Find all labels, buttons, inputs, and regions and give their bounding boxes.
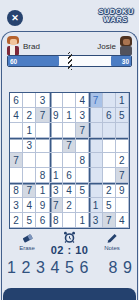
- cell-r7c4[interactable]: 3: [50, 183, 63, 198]
- cell-r3c5[interactable]: [63, 123, 76, 138]
- cell-r9c5[interactable]: [63, 213, 76, 228]
- score-fill-left: 60: [8, 56, 59, 66]
- cell-r4c8[interactable]: [103, 138, 116, 153]
- score-half-left: 60: [8, 56, 70, 66]
- cell-r3c3[interactable]: [36, 123, 49, 138]
- sudoku-board: 6347142791365173778281678713452934972152…: [9, 92, 130, 229]
- player-left-name: Brad: [23, 42, 40, 51]
- cell-r3c9[interactable]: [116, 123, 129, 138]
- cell-r4c6[interactable]: [76, 138, 89, 153]
- cell-r7c2[interactable]: 7: [23, 183, 36, 198]
- cell-r6c4[interactable]: 1: [50, 168, 63, 183]
- cell-r8c9[interactable]: [116, 198, 129, 213]
- cell-r9c2[interactable]: 5: [23, 213, 36, 228]
- cell-r1c1[interactable]: 6: [10, 93, 23, 108]
- cell-r2c9[interactable]: 5: [116, 108, 129, 123]
- cell-r2c5[interactable]: 1: [63, 108, 76, 123]
- numpad-6[interactable]: 6: [78, 259, 91, 277]
- cell-r8c7[interactable]: 1: [89, 198, 102, 213]
- cell-r1c6[interactable]: 4: [76, 93, 89, 108]
- cell-r1c2[interactable]: [23, 93, 36, 108]
- cell-r3c7[interactable]: [89, 123, 102, 138]
- cell-r1c7[interactable]: 7: [89, 93, 102, 108]
- cell-r8c8[interactable]: 5: [103, 198, 116, 213]
- cell-r4c7[interactable]: [89, 138, 102, 153]
- app-logo: SUDOKU WARS: [98, 8, 135, 24]
- close-button[interactable]: ✕: [7, 10, 23, 26]
- cell-r8c2[interactable]: 4: [23, 198, 36, 213]
- cell-r6c8[interactable]: [103, 168, 116, 183]
- cell-r5c6[interactable]: 8: [76, 153, 89, 168]
- cell-r6c1[interactable]: [10, 168, 23, 183]
- cell-r5c7[interactable]: [89, 153, 102, 168]
- cell-r1c4[interactable]: [50, 93, 63, 108]
- alarm-clock-icon: [63, 231, 76, 243]
- pencil-icon: [106, 233, 118, 244]
- cell-r7c3[interactable]: 1: [36, 183, 49, 198]
- cell-r4c5[interactable]: 7: [63, 138, 76, 153]
- cell-r5c4[interactable]: [50, 153, 63, 168]
- app-logo-line2: WARS: [98, 16, 134, 24]
- cell-r9c9[interactable]: 4: [116, 213, 129, 228]
- cell-r8c4[interactable]: 7: [50, 198, 63, 213]
- cell-r1c3[interactable]: 3: [36, 93, 49, 108]
- cell-r9c6[interactable]: 1: [76, 213, 89, 228]
- cell-r3c2[interactable]: 1: [23, 123, 36, 138]
- score-bar: 60 30: [7, 55, 132, 67]
- cell-r2c2[interactable]: 2: [23, 108, 36, 123]
- score-right-value: 30: [122, 58, 129, 65]
- cell-r1c8[interactable]: [103, 93, 116, 108]
- cell-r8c5[interactable]: 2: [63, 198, 76, 213]
- cell-r6c2[interactable]: [23, 168, 36, 183]
- cell-r5c8[interactable]: [103, 153, 116, 168]
- cell-r3c8[interactable]: [103, 123, 116, 138]
- notes-button[interactable]: Notes: [95, 233, 129, 251]
- avatar-body: [120, 46, 132, 55]
- numpad-empty-slot: [92, 259, 105, 277]
- avatar-face: [123, 39, 130, 45]
- cell-r2c4[interactable]: 9: [50, 108, 63, 123]
- cell-r6c3[interactable]: 8: [36, 168, 49, 183]
- cell-r8c1[interactable]: 3: [10, 198, 23, 213]
- cell-r9c1[interactable]: 2: [10, 213, 23, 228]
- cell-r2c7[interactable]: [89, 108, 102, 123]
- numpad-4[interactable]: 4: [49, 259, 62, 277]
- numpad-2[interactable]: 2: [20, 259, 33, 277]
- score-fill-right: 30: [111, 56, 131, 66]
- numpad: 12345689: [5, 259, 134, 277]
- cell-r5c3[interactable]: [36, 153, 49, 168]
- numpad-5[interactable]: 5: [63, 259, 76, 277]
- cell-r7c5[interactable]: 4: [63, 183, 76, 198]
- cell-r3c6[interactable]: 7: [76, 123, 89, 138]
- numpad-8[interactable]: 8: [107, 259, 120, 277]
- cell-r1c5[interactable]: [63, 93, 76, 108]
- notes-label: Notes: [95, 245, 129, 251]
- cell-r5c9[interactable]: 2: [116, 153, 129, 168]
- cell-r7c1[interactable]: 8: [10, 183, 23, 198]
- cell-r4c9[interactable]: [116, 138, 129, 153]
- cell-r9c3[interactable]: 6: [36, 213, 49, 228]
- cell-r3c4[interactable]: [50, 123, 63, 138]
- cell-r2c3[interactable]: 7: [36, 108, 49, 123]
- cell-r5c2[interactable]: [23, 153, 36, 168]
- cell-r4c3[interactable]: [36, 138, 49, 153]
- cell-r8c3[interactable]: 9: [36, 198, 49, 213]
- cell-r2c1[interactable]: 4: [10, 108, 23, 123]
- cell-r4c2[interactable]: 3: [23, 138, 36, 153]
- cell-r7c8[interactable]: 2: [103, 183, 116, 198]
- avatar-body: [7, 46, 19, 55]
- numpad-9[interactable]: 9: [121, 259, 134, 277]
- player-left-avatar: [6, 36, 20, 55]
- cell-r7c6[interactable]: 5: [76, 183, 89, 198]
- cell-r4c1[interactable]: [10, 138, 23, 153]
- numpad-1[interactable]: 1: [5, 259, 18, 277]
- cell-r1c9[interactable]: 1: [116, 93, 129, 108]
- cell-r6c6[interactable]: [76, 168, 89, 183]
- cell-r2c8[interactable]: 6: [103, 108, 116, 123]
- cell-r6c5[interactable]: 6: [63, 168, 76, 183]
- cell-r7c9[interactable]: 9: [116, 183, 129, 198]
- cell-r9c7[interactable]: 3: [89, 213, 102, 228]
- cell-r9c8[interactable]: 7: [103, 213, 116, 228]
- cell-r7c7[interactable]: [89, 183, 102, 198]
- numpad-3[interactable]: 3: [34, 259, 47, 277]
- score-left-value: 60: [10, 58, 17, 65]
- cell-r5c1[interactable]: 7: [10, 153, 23, 168]
- cell-r3c1[interactable]: [10, 123, 23, 138]
- player-right-name: Josie: [97, 42, 116, 51]
- cell-r8c6[interactable]: [76, 198, 89, 213]
- cell-r6c9[interactable]: 7: [116, 168, 129, 183]
- avatar-face: [10, 39, 17, 45]
- cell-r9c4[interactable]: 8: [50, 213, 63, 228]
- score-half-right: 30: [70, 56, 132, 66]
- cell-r5c5[interactable]: [63, 153, 76, 168]
- footer-bar: [3, 288, 136, 300]
- cell-r4c4[interactable]: [50, 138, 63, 153]
- cell-r6c7[interactable]: [89, 168, 102, 183]
- vs-zigzag-divider: [68, 52, 72, 70]
- player-right-avatar: [119, 36, 133, 55]
- cell-r2c6[interactable]: 3: [76, 108, 89, 123]
